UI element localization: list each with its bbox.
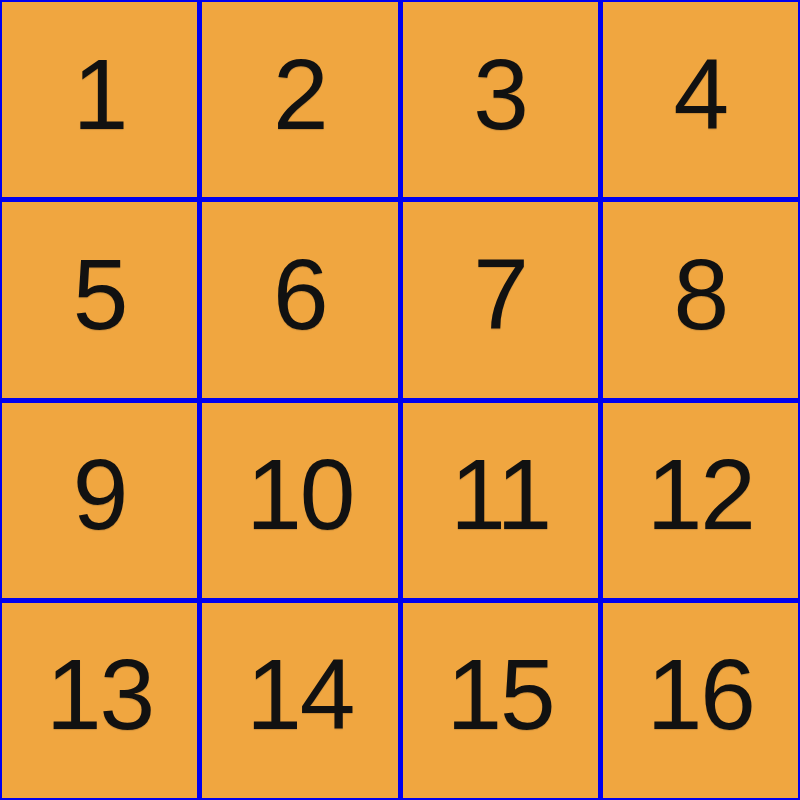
cell-number: 3 xyxy=(473,44,527,144)
cell-number: 5 xyxy=(73,244,127,344)
grid-cell-5[interactable]: 5 xyxy=(2,202,197,397)
cell-number: 8 xyxy=(674,244,728,344)
cell-number: 6 xyxy=(273,244,327,344)
grid-cell-12[interactable]: 12 xyxy=(603,403,798,598)
grid-cell-8[interactable]: 8 xyxy=(603,202,798,397)
number-grid-board: 12345678910111213141516 xyxy=(0,0,800,800)
grid-cell-7[interactable]: 7 xyxy=(403,202,598,397)
grid-cell-6[interactable]: 6 xyxy=(202,202,397,397)
cell-number: 16 xyxy=(647,644,754,744)
grid-cell-13[interactable]: 13 xyxy=(2,603,197,798)
cell-number: 10 xyxy=(246,444,353,544)
cell-number: 9 xyxy=(73,444,127,544)
grid-cell-14[interactable]: 14 xyxy=(202,603,397,798)
grid-cell-1[interactable]: 1 xyxy=(2,2,197,197)
grid-cell-9[interactable]: 9 xyxy=(2,403,197,598)
cell-number: 14 xyxy=(246,644,353,744)
grid-cell-16[interactable]: 16 xyxy=(603,603,798,798)
grid-cell-15[interactable]: 15 xyxy=(403,603,598,798)
cell-number: 13 xyxy=(46,644,153,744)
cell-number: 12 xyxy=(647,444,754,544)
grid-cell-3[interactable]: 3 xyxy=(403,2,598,197)
cell-number: 1 xyxy=(73,44,127,144)
cell-number: 2 xyxy=(273,44,327,144)
grid-cell-2[interactable]: 2 xyxy=(202,2,397,197)
cell-number: 7 xyxy=(473,244,527,344)
cell-number: 15 xyxy=(447,644,554,744)
grid-cell-4[interactable]: 4 xyxy=(603,2,798,197)
grid-cell-11[interactable]: 11 xyxy=(403,403,598,598)
cell-number: 11 xyxy=(450,444,550,544)
cell-number: 4 xyxy=(674,44,728,144)
grid-cell-10[interactable]: 10 xyxy=(202,403,397,598)
